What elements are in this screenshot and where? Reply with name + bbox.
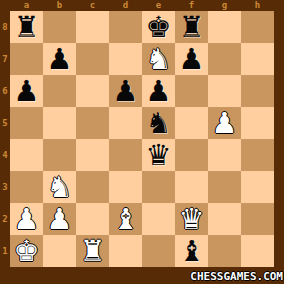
square-e3 (142, 171, 175, 203)
square-f6 (175, 75, 208, 107)
square-f2: ♛ (175, 203, 208, 235)
square-f8: ♜ (175, 11, 208, 43)
square-g1 (208, 235, 241, 267)
square-g5: ♟ (208, 107, 241, 139)
file-label-d: d (109, 0, 142, 11)
square-a7 (10, 43, 43, 75)
square-h8 (241, 11, 274, 43)
file-label-b: b (43, 0, 76, 11)
piece-black-rook: ♜ (179, 13, 205, 42)
piece-white-pawn: ♟ (14, 205, 40, 234)
rank-label-1: 1 (0, 235, 10, 267)
square-b3: ♞ (43, 171, 76, 203)
square-c1: ♜ (76, 235, 109, 267)
file-label-g: g (208, 0, 241, 11)
square-a5 (10, 107, 43, 139)
piece-white-bishop: ♝ (113, 205, 139, 234)
piece-black-pawn: ♟ (146, 77, 172, 106)
file-labels: a b c d e f g h (10, 0, 274, 11)
square-g2 (208, 203, 241, 235)
rank-label-8: 8 (0, 11, 10, 43)
square-e4: ♛ (142, 139, 175, 171)
square-c3 (76, 171, 109, 203)
square-b5 (43, 107, 76, 139)
square-e2 (142, 203, 175, 235)
piece-black-pawn: ♟ (14, 77, 40, 106)
square-a1: ♚ (10, 235, 43, 267)
square-a6: ♟ (10, 75, 43, 107)
square-g7 (208, 43, 241, 75)
piece-white-knight: ♞ (47, 173, 73, 202)
chessgames-watermark: CHESSGAMES.COM (190, 270, 283, 283)
square-f1: ♝ (175, 235, 208, 267)
file-label-c: c (76, 0, 109, 11)
square-h2 (241, 203, 274, 235)
square-c6 (76, 75, 109, 107)
rank-label-4: 4 (0, 139, 10, 171)
square-b7: ♟ (43, 43, 76, 75)
square-e6: ♟ (142, 75, 175, 107)
rank-label-5: 5 (0, 107, 10, 139)
square-a3 (10, 171, 43, 203)
square-h3 (241, 171, 274, 203)
square-h6 (241, 75, 274, 107)
square-c7 (76, 43, 109, 75)
square-e8: ♚ (142, 11, 175, 43)
piece-black-pawn: ♟ (113, 77, 139, 106)
square-d1 (109, 235, 142, 267)
square-d7 (109, 43, 142, 75)
file-label-h: h (241, 0, 274, 11)
square-e1 (142, 235, 175, 267)
square-h7 (241, 43, 274, 75)
square-d6: ♟ (109, 75, 142, 107)
square-b8 (43, 11, 76, 43)
chess-board: ♜♚♜♟♞♟♟♟♟♞♟♛♞♟♟♝♛♚♜♝ (10, 11, 274, 267)
square-b6 (43, 75, 76, 107)
piece-black-king: ♚ (146, 13, 172, 42)
piece-black-queen: ♛ (146, 141, 172, 170)
piece-black-knight: ♞ (146, 109, 172, 138)
square-e7: ♞ (142, 43, 175, 75)
square-f7: ♟ (175, 43, 208, 75)
piece-white-king: ♚ (14, 237, 40, 266)
square-f3 (175, 171, 208, 203)
square-b4 (43, 139, 76, 171)
piece-white-queen: ♛ (179, 205, 205, 234)
rank-label-3: 3 (0, 171, 10, 203)
square-g6 (208, 75, 241, 107)
square-a2: ♟ (10, 203, 43, 235)
square-d8 (109, 11, 142, 43)
piece-black-rook: ♜ (14, 13, 40, 42)
square-h5 (241, 107, 274, 139)
square-f4 (175, 139, 208, 171)
square-c2 (76, 203, 109, 235)
square-a8: ♜ (10, 11, 43, 43)
square-g4 (208, 139, 241, 171)
square-c8 (76, 11, 109, 43)
piece-white-pawn: ♟ (47, 205, 73, 234)
square-b2: ♟ (43, 203, 76, 235)
square-g3 (208, 171, 241, 203)
square-f5 (175, 107, 208, 139)
square-d2: ♝ (109, 203, 142, 235)
square-d4 (109, 139, 142, 171)
square-b1 (43, 235, 76, 267)
rank-label-2: 2 (0, 203, 10, 235)
square-h4 (241, 139, 274, 171)
rank-labels: 8 7 6 5 4 3 2 1 (0, 11, 10, 267)
square-d3 (109, 171, 142, 203)
piece-white-knight: ♞ (146, 45, 172, 74)
rank-label-7: 7 (0, 43, 10, 75)
piece-black-pawn: ♟ (47, 45, 73, 74)
square-g8 (208, 11, 241, 43)
square-c4 (76, 139, 109, 171)
square-h1 (241, 235, 274, 267)
rank-label-6: 6 (0, 75, 10, 107)
piece-black-bishop: ♝ (179, 237, 205, 266)
piece-white-rook: ♜ (80, 237, 106, 266)
square-e5: ♞ (142, 107, 175, 139)
square-a4 (10, 139, 43, 171)
piece-white-pawn: ♟ (212, 109, 238, 138)
square-d5 (109, 107, 142, 139)
chess-diagram: a b c d e f g h 8 7 6 5 4 3 2 1 ♜♚♜♟♞♟♟♟… (0, 0, 284, 284)
piece-black-pawn: ♟ (179, 45, 205, 74)
square-c5 (76, 107, 109, 139)
